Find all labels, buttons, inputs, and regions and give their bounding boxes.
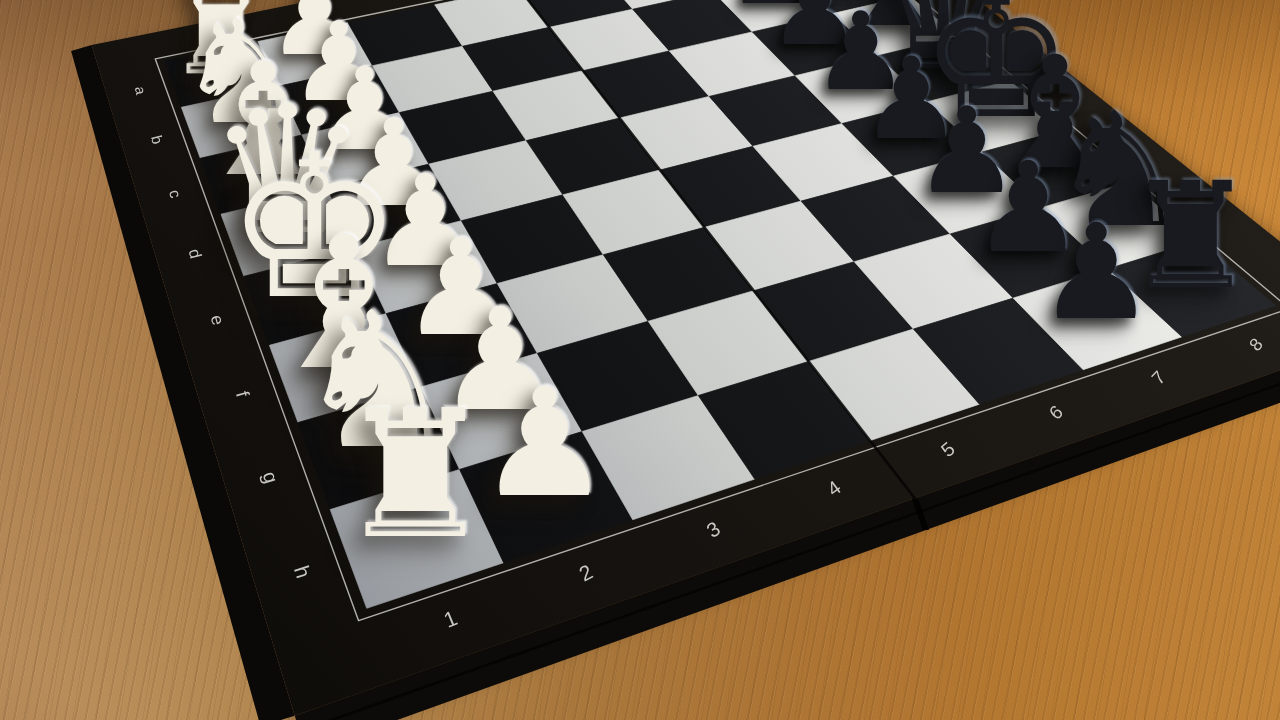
piece-black-pawn-h7[interactable]: ♟ (1030, 207, 1162, 339)
table-surface: abcdefgh12345678 ♜♟♞♟♝♟♟♛♜♟♟♚♞♟♟♝♝♟♟♞♛♟♟… (0, 0, 1280, 720)
piece-white-rook-h1[interactable]: ♜ (327, 387, 504, 564)
